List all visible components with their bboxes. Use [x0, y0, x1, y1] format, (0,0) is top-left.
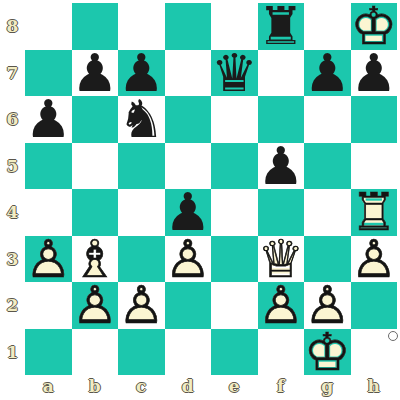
- file-label-e: e: [211, 375, 258, 397]
- square-d5: [165, 143, 212, 190]
- square-b5: [72, 143, 119, 190]
- piece-white-pawn: ♟♙: [351, 236, 398, 283]
- square-e8: [211, 3, 258, 50]
- file-label-a: a: [25, 375, 72, 397]
- square-f2: ♟♙: [258, 282, 305, 329]
- piece-white-queen: ♛♕: [258, 236, 305, 283]
- piece-black-pawn: ♟: [258, 143, 305, 190]
- square-b1: [72, 329, 119, 376]
- square-f8: ♜: [258, 3, 305, 50]
- rank-label-6: 6: [0, 96, 25, 143]
- square-d2: [165, 282, 212, 329]
- piece-white-pawn: ♟♙: [258, 282, 305, 329]
- square-h7: ♟: [351, 50, 398, 97]
- square-h4: ♜♖: [351, 189, 398, 236]
- square-d3: ♟♙: [165, 236, 212, 283]
- square-c7: ♟: [118, 50, 165, 97]
- square-g5: [304, 143, 351, 190]
- square-d8: [165, 3, 212, 50]
- square-a1: [25, 329, 72, 376]
- square-f5: ♟: [258, 143, 305, 190]
- square-h8: ♚♔: [351, 3, 398, 50]
- square-a8: [25, 3, 72, 50]
- piece-black-pawn: ♟: [25, 96, 72, 143]
- piece-black-pawn: ♟: [118, 50, 165, 97]
- piece-black-pawn: ♟: [165, 189, 212, 236]
- piece-white-pawn: ♟♙: [72, 282, 119, 329]
- piece-black-pawn: ♟: [304, 50, 351, 97]
- chess-diagram: 87654321 ♜♚♔♟♟♛♟♟♟♞♟♟♜♖♟♙♝♗♟♙♛♕♟♙♟♙♟♙♟♙♟…: [0, 0, 400, 400]
- square-g2: ♟♙: [304, 282, 351, 329]
- square-g6: [304, 96, 351, 143]
- square-b2: ♟♙: [72, 282, 119, 329]
- piece-white-pawn: ♟♙: [25, 236, 72, 283]
- square-c5: [118, 143, 165, 190]
- square-h6: [351, 96, 398, 143]
- square-c2: ♟♙: [118, 282, 165, 329]
- square-h3: ♟♙: [351, 236, 398, 283]
- file-label-c: c: [118, 375, 165, 397]
- square-d7: [165, 50, 212, 97]
- piece-white-rook: ♜♖: [351, 189, 398, 236]
- rank-label-7: 7: [0, 50, 25, 97]
- square-a2: [25, 282, 72, 329]
- rank-label-8: 8: [0, 3, 25, 50]
- square-c6: ♞: [118, 96, 165, 143]
- square-b7: ♟: [72, 50, 119, 97]
- square-b8: [72, 3, 119, 50]
- square-b6: [72, 96, 119, 143]
- square-c3: [118, 236, 165, 283]
- square-e5: [211, 143, 258, 190]
- square-f4: [258, 189, 305, 236]
- piece-white-bishop: ♝♗: [72, 236, 119, 283]
- piece-white-king: ♚♔: [304, 329, 351, 376]
- square-a4: [25, 189, 72, 236]
- rank-label-5: 5: [0, 143, 25, 190]
- white-to-move-indicator: [388, 331, 398, 341]
- square-b3: ♝♗: [72, 236, 119, 283]
- square-f7: [258, 50, 305, 97]
- piece-black-rook: ♜: [258, 3, 305, 50]
- piece-black-knight: ♞: [118, 96, 165, 143]
- square-d4: ♟: [165, 189, 212, 236]
- square-g1: ♚♔: [304, 329, 351, 376]
- piece-black-pawn: ♟: [72, 50, 119, 97]
- square-a5: [25, 143, 72, 190]
- square-a7: [25, 50, 72, 97]
- square-g8: [304, 3, 351, 50]
- square-h2: [351, 282, 398, 329]
- square-h5: [351, 143, 398, 190]
- square-e1: [211, 329, 258, 376]
- square-e7: ♛: [211, 50, 258, 97]
- piece-white-pawn: ♟♙: [118, 282, 165, 329]
- file-label-g: g: [304, 375, 351, 397]
- piece-black-queen: ♛: [211, 50, 258, 97]
- rank-label-4: 4: [0, 189, 25, 236]
- piece-white-pawn: ♟♙: [165, 236, 212, 283]
- square-d1: [165, 329, 212, 376]
- square-f6: [258, 96, 305, 143]
- square-g7: ♟: [304, 50, 351, 97]
- square-e2: [211, 282, 258, 329]
- square-f3: ♛♕: [258, 236, 305, 283]
- rank-labels: 87654321: [0, 3, 25, 375]
- piece-black-king: ♚♔: [351, 3, 398, 50]
- square-a3: ♟♙: [25, 236, 72, 283]
- file-label-f: f: [258, 375, 305, 397]
- rank-label-3: 3: [0, 236, 25, 283]
- chess-board: ♜♚♔♟♟♛♟♟♟♞♟♟♜♖♟♙♝♗♟♙♛♕♟♙♟♙♟♙♟♙♟♙♚♔: [25, 3, 397, 375]
- square-b4: [72, 189, 119, 236]
- square-e4: [211, 189, 258, 236]
- square-g3: [304, 236, 351, 283]
- piece-white-pawn: ♟♙: [304, 282, 351, 329]
- square-e6: [211, 96, 258, 143]
- rank-label-2: 2: [0, 282, 25, 329]
- file-labels: abcdefgh: [25, 375, 397, 397]
- square-d6: [165, 96, 212, 143]
- file-label-d: d: [165, 375, 212, 397]
- square-e3: [211, 236, 258, 283]
- square-c1: [118, 329, 165, 376]
- square-c8: [118, 3, 165, 50]
- square-f1: [258, 329, 305, 376]
- file-label-b: b: [72, 375, 119, 397]
- file-label-h: h: [351, 375, 398, 397]
- square-a6: ♟: [25, 96, 72, 143]
- square-g4: [304, 189, 351, 236]
- square-c4: [118, 189, 165, 236]
- piece-black-pawn: ♟: [351, 50, 398, 97]
- rank-label-1: 1: [0, 329, 25, 376]
